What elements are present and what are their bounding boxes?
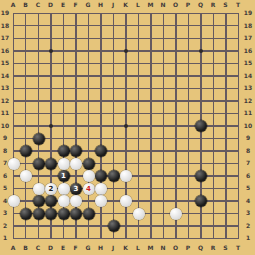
coord-label-bottom-o: O <box>173 245 178 251</box>
star-point-k10 <box>124 124 128 128</box>
coord-label-left-7: 7 <box>3 160 7 166</box>
coord-label-right-2: 2 <box>246 223 250 229</box>
move-label-1: 1 <box>61 170 66 182</box>
stone-black-j2 <box>108 220 120 232</box>
coord-label-top-p: P <box>186 2 190 8</box>
stone-black-f8 <box>70 145 82 157</box>
stone-black-e3 <box>58 208 70 220</box>
coord-label-left-1: 1 <box>3 235 7 241</box>
coord-label-right-19: 19 <box>244 10 252 16</box>
coord-label-bottom-t: T <box>236 245 240 251</box>
coord-label-left-13: 13 <box>1 85 9 91</box>
stone-black-h6 <box>95 170 107 182</box>
move-label-3: 3 <box>74 182 79 194</box>
stone-white-f7 <box>70 158 82 170</box>
coord-label-top-c: C <box>36 2 40 8</box>
coord-label-bottom-h: H <box>98 245 103 251</box>
coord-label-right-4: 4 <box>246 198 250 204</box>
coord-label-left-16: 16 <box>1 48 9 54</box>
coord-label-right-13: 13 <box>244 85 252 91</box>
coord-label-left-19: 19 <box>1 10 9 16</box>
stone-black-g3 <box>83 208 95 220</box>
stone-white-h5 <box>95 183 107 195</box>
coord-label-bottom-m: M <box>148 245 154 251</box>
coord-label-left-2: 2 <box>3 223 7 229</box>
stone-black-q6 <box>195 170 207 182</box>
coord-label-left-10: 10 <box>1 123 9 129</box>
stone-white-k4 <box>120 195 132 207</box>
coord-label-top-s: S <box>223 2 227 8</box>
coord-label-bottom-e: E <box>61 245 65 251</box>
coord-label-bottom-p: P <box>186 245 190 251</box>
coord-label-left-14: 14 <box>1 73 9 79</box>
stone-white-l3 <box>133 208 145 220</box>
stone-black-d4 <box>45 195 57 207</box>
stone-black-d3 <box>45 208 57 220</box>
coord-label-top-j: J <box>112 2 114 8</box>
coord-label-right-5: 5 <box>246 185 250 191</box>
stone-white-b6 <box>20 170 32 182</box>
stone-white-a4 <box>8 195 20 207</box>
coord-label-bottom-j: J <box>112 245 114 251</box>
stone-white-c5 <box>33 183 45 195</box>
go-board-screenshot: AABBCCDDEEFFGGHHJJKKLLMMNNOOPPQQRRSSTT19… <box>0 0 255 255</box>
coord-label-right-6: 6 <box>246 173 250 179</box>
stone-white-f4 <box>70 195 82 207</box>
coord-label-top-l: L <box>136 2 140 8</box>
coord-label-right-1: 1 <box>246 235 250 241</box>
coord-label-bottom-l: L <box>136 245 140 251</box>
stone-black-c7 <box>33 158 45 170</box>
goban[interactable]: AABBCCDDEEFFGGHHJJKKLLMMNNOOPPQQRRSSTT19… <box>0 0 255 255</box>
coord-label-top-h: H <box>98 2 103 8</box>
coord-label-top-m: M <box>148 2 154 8</box>
stone-white-g6 <box>83 170 95 182</box>
stone-black-c4 <box>33 195 45 207</box>
coord-label-bottom-a: A <box>11 245 16 251</box>
coord-label-top-k: K <box>123 2 128 8</box>
stone-black-f3 <box>70 208 82 220</box>
stone-black-c9 <box>33 133 45 145</box>
stone-black-h8 <box>95 145 107 157</box>
coord-label-right-16: 16 <box>244 48 252 54</box>
coord-label-left-17: 17 <box>1 35 9 41</box>
star-point-k16 <box>124 49 128 53</box>
coord-label-left-8: 8 <box>3 148 7 154</box>
move-label-4: 4 <box>86 182 91 194</box>
coord-label-top-n: N <box>160 2 165 8</box>
coord-label-left-5: 5 <box>3 185 7 191</box>
coord-label-top-g: G <box>86 2 91 8</box>
stone-white-e7 <box>58 158 70 170</box>
coord-label-top-o: O <box>173 2 178 8</box>
stone-black-c3 <box>33 208 45 220</box>
stone-white-d5: 2 <box>45 183 57 195</box>
stone-black-q10 <box>195 120 207 132</box>
coord-label-left-4: 4 <box>3 198 7 204</box>
coord-label-top-e: E <box>61 2 65 8</box>
star-point-q16 <box>199 49 203 53</box>
coord-label-right-9: 9 <box>246 135 250 141</box>
coord-label-left-12: 12 <box>1 98 9 104</box>
coord-label-top-f: F <box>73 2 77 8</box>
stone-black-b8 <box>20 145 32 157</box>
coord-label-right-17: 17 <box>244 35 252 41</box>
stone-black-b3 <box>20 208 32 220</box>
coord-label-right-14: 14 <box>244 73 252 79</box>
coord-label-left-18: 18 <box>1 23 9 29</box>
move-label-2: 2 <box>49 182 54 194</box>
coord-label-top-q: Q <box>198 2 203 8</box>
stone-black-d7 <box>45 158 57 170</box>
coord-label-bottom-r: R <box>211 245 216 251</box>
stone-black-e8 <box>58 145 70 157</box>
coord-label-right-8: 8 <box>246 148 250 154</box>
coord-label-left-15: 15 <box>1 60 9 66</box>
stone-white-k6 <box>120 170 132 182</box>
coord-label-bottom-g: G <box>86 245 91 251</box>
coord-label-right-11: 11 <box>244 110 252 116</box>
stone-white-h4 <box>95 195 107 207</box>
star-point-d16 <box>49 49 53 53</box>
coord-label-bottom-c: C <box>36 245 40 251</box>
coord-label-right-18: 18 <box>244 23 252 29</box>
coord-label-left-9: 9 <box>3 135 7 141</box>
stone-white-e4 <box>58 195 70 207</box>
coord-label-top-r: R <box>211 2 216 8</box>
stone-white-o3 <box>170 208 182 220</box>
coord-label-bottom-k: K <box>123 245 128 251</box>
coord-label-right-15: 15 <box>244 60 252 66</box>
stone-black-j6 <box>108 170 120 182</box>
coord-label-left-11: 11 <box>1 110 9 116</box>
coord-label-top-b: B <box>23 2 28 8</box>
stone-black-g7 <box>83 158 95 170</box>
coord-label-right-3: 3 <box>246 210 250 216</box>
stone-white-e5 <box>58 183 70 195</box>
coord-label-left-6: 6 <box>3 173 7 179</box>
coord-label-bottom-q: Q <box>198 245 203 251</box>
stone-black-f5: 3 <box>70 183 82 195</box>
coord-label-bottom-n: N <box>160 245 165 251</box>
coord-label-bottom-f: F <box>73 245 77 251</box>
coord-label-left-3: 3 <box>3 210 7 216</box>
stone-black-e6: 1 <box>58 170 70 182</box>
stone-black-q4 <box>195 195 207 207</box>
stone-white-a7 <box>8 158 20 170</box>
coord-label-top-a: A <box>11 2 16 8</box>
stone-white-g5: 4 <box>83 183 95 195</box>
coord-label-bottom-d: D <box>48 245 53 251</box>
coord-label-bottom-b: B <box>23 245 28 251</box>
coord-label-top-t: T <box>236 2 240 8</box>
coord-label-bottom-s: S <box>223 245 227 251</box>
star-point-d10 <box>49 124 53 128</box>
coord-label-top-d: D <box>48 2 53 8</box>
coord-label-right-12: 12 <box>244 98 252 104</box>
coord-label-right-7: 7 <box>246 160 250 166</box>
coord-label-right-10: 10 <box>244 123 252 129</box>
